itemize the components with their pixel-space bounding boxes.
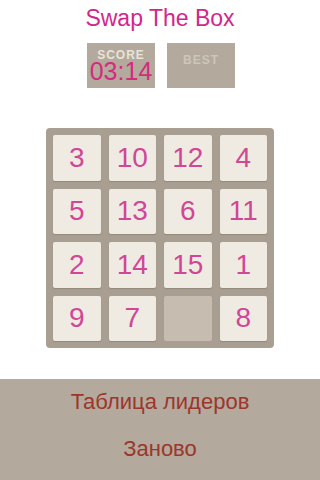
tile-8[interactable]: 8 [220,296,268,342]
tile-1[interactable]: 1 [220,242,268,288]
tile-12[interactable]: 12 [164,135,212,181]
tile-3[interactable]: 3 [53,135,101,181]
tile-5[interactable]: 5 [53,189,101,235]
tile-11[interactable]: 11 [220,189,268,235]
tile-15[interactable]: 15 [164,242,212,288]
best-panel: BEST [167,43,235,88]
page-title: Swap The Box [0,5,320,32]
tile-7[interactable]: 7 [109,296,157,342]
menu-bar: Таблица лидеров Заново [0,379,320,480]
puzzle-board: 3 10 12 4 5 13 6 11 2 14 15 1 9 7 8 [46,128,274,348]
tile-empty [164,296,212,342]
tile-10[interactable]: 10 [109,135,157,181]
leaderboard-button[interactable]: Таблица лидеров [71,389,250,415]
tile-13[interactable]: 13 [109,189,157,235]
tile-6[interactable]: 6 [164,189,212,235]
tile-4[interactable]: 4 [220,135,268,181]
best-label: BEST [183,54,219,66]
score-panel: SCORE 03:14 [87,43,155,88]
tile-14[interactable]: 14 [109,242,157,288]
tile-2[interactable]: 2 [53,242,101,288]
tile-9[interactable]: 9 [53,296,101,342]
score-value: 03:14 [90,59,153,84]
restart-button[interactable]: Заново [123,436,197,462]
